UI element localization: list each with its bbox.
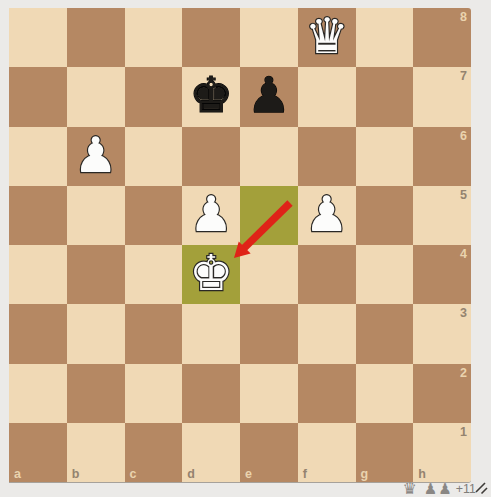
square-a3[interactable] — [9, 304, 67, 363]
file-label-b: b — [72, 468, 80, 481]
chess-board[interactable]: ♛8♚♟7♟6♟♟5♚432abcdefg1h — [9, 8, 471, 482]
square-e7[interactable]: ♟ — [240, 67, 298, 126]
square-f7[interactable] — [298, 67, 356, 126]
square-d8[interactable] — [182, 8, 240, 67]
file-label-c: c — [130, 468, 137, 481]
file-label-f: f — [303, 468, 307, 481]
square-a8[interactable] — [9, 8, 67, 67]
square-g1[interactable]: g — [356, 423, 414, 482]
square-g3[interactable] — [356, 304, 414, 363]
captured-queen-icon: ♛ — [402, 481, 416, 497]
square-g4[interactable] — [356, 245, 414, 304]
square-g2[interactable] — [356, 364, 414, 423]
white-pawn[interactable]: ♟ — [74, 131, 118, 180]
square-f6[interactable] — [298, 127, 356, 186]
square-h8[interactable]: 8 — [413, 8, 471, 67]
square-a1[interactable]: a — [9, 423, 67, 482]
square-a7[interactable] — [9, 67, 67, 126]
square-e1[interactable]: e — [240, 423, 298, 482]
square-c2[interactable] — [125, 364, 183, 423]
square-g6[interactable] — [356, 127, 414, 186]
square-e8[interactable] — [240, 8, 298, 67]
file-label-e: e — [245, 468, 252, 481]
square-b4[interactable] — [67, 245, 125, 304]
square-a6[interactable] — [9, 127, 67, 186]
square-f8[interactable]: ♛ — [298, 8, 356, 67]
square-h5[interactable]: 5 — [413, 186, 471, 245]
square-d1[interactable]: d — [182, 423, 240, 482]
material-advantage: +11 — [456, 482, 476, 496]
square-a4[interactable] — [9, 245, 67, 304]
rank-label-4: 4 — [460, 248, 467, 261]
square-c7[interactable] — [125, 67, 183, 126]
square-d6[interactable] — [182, 127, 240, 186]
captured-pawn-icon: ♟ — [424, 482, 437, 497]
square-g5[interactable] — [356, 186, 414, 245]
rank-label-3: 3 — [460, 307, 467, 320]
square-h7[interactable]: 7 — [413, 67, 471, 126]
square-e5[interactable] — [240, 186, 298, 245]
square-h1[interactable]: 1h — [413, 423, 471, 482]
square-f4[interactable] — [298, 245, 356, 304]
square-c8[interactable] — [125, 8, 183, 67]
square-f3[interactable] — [298, 304, 356, 363]
white-queen[interactable]: ♛ — [305, 12, 349, 61]
page: { "game": "chess", "position": "5Q2/3kp3… — [0, 0, 491, 497]
square-e2[interactable] — [240, 364, 298, 423]
square-c6[interactable] — [125, 127, 183, 186]
square-g7[interactable] — [356, 67, 414, 126]
square-a2[interactable] — [9, 364, 67, 423]
square-d4[interactable]: ♚ — [182, 245, 240, 304]
square-h6[interactable]: 6 — [413, 127, 471, 186]
square-e6[interactable] — [240, 127, 298, 186]
square-b1[interactable]: b — [67, 423, 125, 482]
square-b3[interactable] — [67, 304, 125, 363]
square-c5[interactable] — [125, 186, 183, 245]
white-pawn[interactable]: ♟ — [305, 190, 349, 239]
square-a5[interactable] — [9, 186, 67, 245]
square-c3[interactable] — [125, 304, 183, 363]
square-d7[interactable]: ♚ — [182, 67, 240, 126]
square-g8[interactable] — [356, 8, 414, 67]
rank-label-8: 8 — [460, 11, 467, 24]
white-king[interactable]: ♚ — [189, 249, 233, 298]
file-label-h: h — [418, 468, 426, 481]
black-pawn[interactable]: ♟ — [247, 71, 291, 120]
square-h4[interactable]: 4 — [413, 245, 471, 304]
square-f5[interactable]: ♟ — [298, 186, 356, 245]
square-e3[interactable] — [240, 304, 298, 363]
file-label-d: d — [187, 468, 195, 481]
square-b6[interactable]: ♟ — [67, 127, 125, 186]
square-h3[interactable]: 3 — [413, 304, 471, 363]
square-h2[interactable]: 2 — [413, 364, 471, 423]
square-d5[interactable]: ♟ — [182, 186, 240, 245]
file-label-g: g — [361, 468, 369, 481]
square-b8[interactable] — [67, 8, 125, 67]
rank-label-7: 7 — [460, 70, 467, 83]
rank-label-5: 5 — [460, 189, 467, 202]
rank-label-1: 1 — [460, 426, 467, 439]
square-d2[interactable] — [182, 364, 240, 423]
rank-label-2: 2 — [460, 367, 467, 380]
square-c1[interactable]: c — [125, 423, 183, 482]
file-label-a: a — [14, 468, 21, 481]
captured-pawn-icon: ♟ — [438, 482, 451, 497]
square-b2[interactable] — [67, 364, 125, 423]
square-c4[interactable] — [125, 245, 183, 304]
square-f1[interactable]: f — [298, 423, 356, 482]
white-pawn[interactable]: ♟ — [189, 190, 233, 239]
square-f2[interactable] — [298, 364, 356, 423]
captured-pieces-tray: ♛♟♟+11 — [9, 481, 476, 497]
square-e4[interactable] — [240, 245, 298, 304]
square-d3[interactable] — [182, 304, 240, 363]
rank-label-6: 6 — [460, 130, 467, 143]
square-b5[interactable] — [67, 186, 125, 245]
square-b7[interactable] — [67, 67, 125, 126]
black-king[interactable]: ♚ — [189, 71, 233, 120]
